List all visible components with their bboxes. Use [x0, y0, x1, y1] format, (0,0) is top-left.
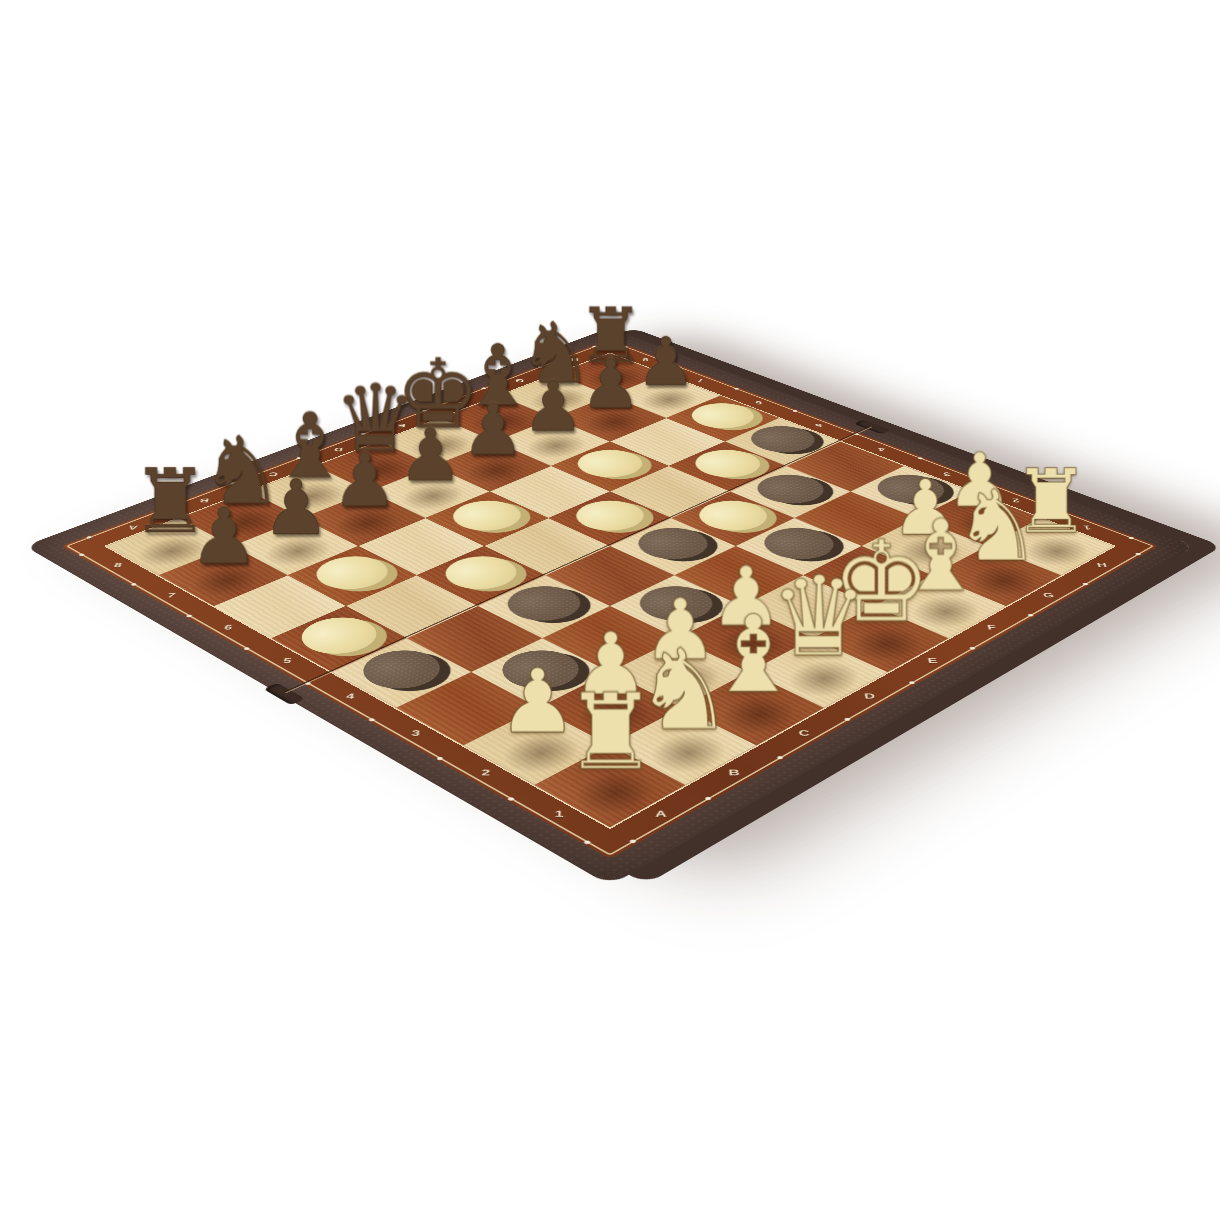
brown-pawn-f7[interactable]: ♟: [521, 372, 583, 442]
brown-pawn-e7[interactable]: ♟: [461, 395, 525, 466]
brown-pawn-d7[interactable]: ♟: [397, 419, 462, 492]
file-label-far-F: F: [452, 399, 471, 406]
brown-pawn-g7[interactable]: ♟: [579, 350, 640, 418]
file-label-far-D: D: [328, 445, 348, 453]
product-photo-scene: ♜♞♝♛♚♝♞♜♟♟♟♟♟♟♟♟♟♟♟♟♟♟♜♞♝♛♚♝♞♜ AA11BB22C…: [0, 0, 1220, 1220]
playing-field: ♜♞♝♛♚♝♞♜♟♟♟♟♟♟♟♟♟♟♟♟♟♟♜♞♝♛♚♝♞♜: [104, 353, 1117, 830]
rank-label-right-8: 8: [637, 356, 654, 363]
file-label-far-A: A: [121, 523, 144, 532]
chess-checkers-board: ♜♞♝♛♚♝♞♜♟♟♟♟♟♟♟♟♟♟♟♟♟♟♜♞♝♛♚♝♞♜ AA11BB22C…: [25, 328, 1196, 886]
file-label-far-E: E: [392, 422, 411, 429]
rank-label-right-7: 7: [692, 377, 710, 384]
file-label-far-G: G: [510, 377, 528, 384]
file-label-far-H: H: [566, 356, 583, 363]
cream-rook-a1[interactable]: ♜: [563, 680, 657, 785]
brown-pawn-c7[interactable]: ♟: [331, 444, 398, 518]
brown-pawn-a7[interactable]: ♟: [188, 497, 258, 575]
rank-label-right-1: 1: [1076, 523, 1099, 532]
brown-pawn-b7[interactable]: ♟: [261, 470, 329, 546]
board-frame: ♜♞♝♛♚♝♞♜♟♟♟♟♟♟♟♟♟♟♟♟♟♟♜♞♝♛♚♝♞♜ AA11BB22C…: [25, 328, 1196, 886]
rank-label-right-5: 5: [809, 422, 828, 429]
rank-label-right-4: 4: [871, 445, 891, 453]
rank-label-right-6: 6: [749, 399, 768, 406]
